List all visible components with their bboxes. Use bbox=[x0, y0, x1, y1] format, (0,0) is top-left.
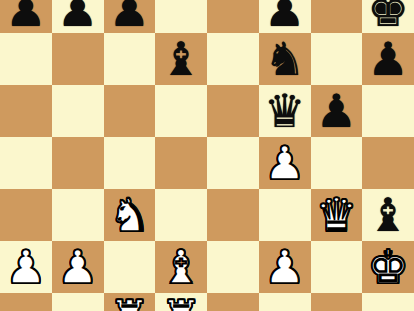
square-a4[interactable] bbox=[0, 137, 52, 189]
square-d5[interactable] bbox=[155, 85, 207, 137]
square-b4[interactable] bbox=[52, 137, 104, 189]
square-h5[interactable] bbox=[362, 85, 414, 137]
square-g6[interactable] bbox=[311, 33, 363, 85]
square-a5[interactable] bbox=[0, 85, 52, 137]
white-rook-d1: ♜ bbox=[161, 294, 202, 311]
square-f1[interactable] bbox=[259, 293, 311, 311]
square-c4[interactable] bbox=[104, 137, 156, 189]
square-d6[interactable]: ♝ bbox=[155, 33, 207, 85]
square-h7[interactable]: ♚ bbox=[362, 0, 414, 33]
square-h3[interactable]: ♝ bbox=[362, 189, 414, 241]
square-f6[interactable]: ♞ bbox=[259, 33, 311, 85]
black-pawn-c7: ♟ bbox=[109, 0, 150, 33]
square-a2[interactable]: ♟ bbox=[0, 241, 52, 293]
square-f3[interactable] bbox=[259, 189, 311, 241]
square-h4[interactable] bbox=[362, 137, 414, 189]
white-pawn-a2: ♟ bbox=[5, 244, 46, 290]
square-h1[interactable] bbox=[362, 293, 414, 311]
square-b1[interactable] bbox=[52, 293, 104, 311]
square-h6[interactable]: ♟ bbox=[362, 33, 414, 85]
black-pawn-b7: ♟ bbox=[57, 0, 98, 33]
square-c6[interactable] bbox=[104, 33, 156, 85]
square-g5[interactable]: ♟ bbox=[311, 85, 363, 137]
white-king-h2: ♚ bbox=[368, 244, 409, 290]
square-c7[interactable]: ♟ bbox=[104, 0, 156, 33]
square-b2[interactable]: ♟ bbox=[52, 241, 104, 293]
square-g2[interactable] bbox=[311, 241, 363, 293]
white-pawn-f2: ♟ bbox=[264, 244, 305, 290]
square-c5[interactable] bbox=[104, 85, 156, 137]
square-g3[interactable]: ♛ bbox=[311, 189, 363, 241]
square-d7[interactable] bbox=[155, 0, 207, 33]
square-f7[interactable]: ♟ bbox=[259, 0, 311, 33]
square-a1[interactable] bbox=[0, 293, 52, 311]
square-a3[interactable] bbox=[0, 189, 52, 241]
square-c3[interactable]: ♞ bbox=[104, 189, 156, 241]
square-e4[interactable] bbox=[207, 137, 259, 189]
square-b5[interactable] bbox=[52, 85, 104, 137]
square-d4[interactable] bbox=[155, 137, 207, 189]
square-a6[interactable] bbox=[0, 33, 52, 85]
square-b7[interactable]: ♟ bbox=[52, 0, 104, 33]
square-c1[interactable]: ♜ bbox=[104, 293, 156, 311]
black-pawn-f7: ♟ bbox=[264, 0, 305, 33]
square-d1[interactable]: ♜ bbox=[155, 293, 207, 311]
square-g7[interactable] bbox=[311, 0, 363, 33]
square-h2[interactable]: ♚ bbox=[362, 241, 414, 293]
square-e2[interactable] bbox=[207, 241, 259, 293]
square-g4[interactable] bbox=[311, 137, 363, 189]
black-pawn-a7: ♟ bbox=[5, 0, 46, 33]
white-rook-c1: ♜ bbox=[109, 294, 150, 311]
square-b3[interactable] bbox=[52, 189, 104, 241]
square-e1[interactable] bbox=[207, 293, 259, 311]
square-e5[interactable] bbox=[207, 85, 259, 137]
white-pawn-b2: ♟ bbox=[57, 244, 98, 290]
square-e7[interactable] bbox=[207, 0, 259, 33]
square-a7[interactable]: ♟ bbox=[0, 0, 52, 33]
white-pawn-f4: ♟ bbox=[264, 140, 305, 186]
chess-app-viewport: ♟♟♟♟♚♝♞♟♛♟♟♞♛♝♟♟♝♟♚♜♜ bbox=[0, 0, 414, 311]
square-g1[interactable] bbox=[311, 293, 363, 311]
white-knight-c3: ♞ bbox=[109, 192, 150, 238]
black-pawn-g5: ♟ bbox=[316, 88, 357, 134]
square-e3[interactable] bbox=[207, 189, 259, 241]
white-bishop-d2: ♝ bbox=[161, 244, 202, 290]
black-knight-f6: ♞ bbox=[264, 36, 305, 82]
square-b6[interactable] bbox=[52, 33, 104, 85]
square-f5[interactable]: ♛ bbox=[259, 85, 311, 137]
black-pawn-h6: ♟ bbox=[368, 36, 409, 82]
square-d2[interactable]: ♝ bbox=[155, 241, 207, 293]
black-queen-f5: ♛ bbox=[264, 88, 305, 134]
white-queen-g3: ♛ bbox=[316, 192, 357, 238]
chess-board: ♟♟♟♟♚♝♞♟♛♟♟♞♛♝♟♟♝♟♚♜♜ bbox=[0, 0, 414, 311]
black-bishop-h3: ♝ bbox=[368, 192, 409, 238]
square-c2[interactable] bbox=[104, 241, 156, 293]
square-e6[interactable] bbox=[207, 33, 259, 85]
black-bishop-d6: ♝ bbox=[161, 36, 202, 82]
square-d3[interactable] bbox=[155, 189, 207, 241]
square-f2[interactable]: ♟ bbox=[259, 241, 311, 293]
black-king-h7: ♚ bbox=[368, 0, 409, 33]
square-f4[interactable]: ♟ bbox=[259, 137, 311, 189]
